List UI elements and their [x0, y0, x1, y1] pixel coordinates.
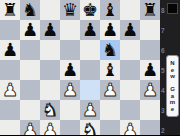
- black-bishop: ♝: [102, 0, 118, 20]
- square-e7[interactable]: ♟: [80, 20, 100, 40]
- square-a4[interactable]: ♟: [0, 80, 20, 100]
- black-pawn: ♟: [62, 60, 78, 80]
- square-d4[interactable]: ♟: [60, 80, 80, 100]
- square-e5[interactable]: [80, 60, 100, 80]
- square-h3[interactable]: [140, 100, 160, 120]
- square-g6[interactable]: [120, 40, 140, 60]
- black-king: ♚: [82, 0, 98, 20]
- square-h7[interactable]: [140, 20, 160, 40]
- square-d6[interactable]: [60, 40, 80, 60]
- square-f5[interactable]: ♝: [100, 60, 120, 80]
- square-f8[interactable]: ♝: [100, 0, 120, 20]
- square-d3[interactable]: [60, 100, 80, 120]
- square-c7[interactable]: ♟: [40, 20, 60, 40]
- square-g7[interactable]: ♟: [120, 20, 140, 40]
- black-rook: ♜: [142, 0, 158, 20]
- black-knight: ♞: [22, 0, 38, 20]
- black-pawn: ♟: [2, 40, 18, 60]
- new-game-button[interactable]: New Game: [166, 55, 179, 117]
- white-pawn: ♟: [82, 100, 98, 120]
- square-e4[interactable]: [80, 80, 100, 100]
- square-f2[interactable]: [100, 120, 120, 135]
- square-c4[interactable]: [40, 80, 60, 100]
- square-g8[interactable]: [120, 0, 140, 20]
- square-b6[interactable]: [20, 40, 40, 60]
- black-pawn: ♟: [82, 20, 98, 40]
- square-h6[interactable]: [140, 40, 160, 60]
- black-bishop: ♝: [102, 60, 118, 80]
- square-b7[interactable]: ♟: [20, 20, 40, 40]
- square-b8[interactable]: ♞: [20, 0, 40, 20]
- square-f6[interactable]: ♞: [100, 40, 120, 60]
- square-g5[interactable]: [120, 60, 140, 80]
- square-a8[interactable]: ♜: [0, 0, 20, 20]
- square-g4[interactable]: [120, 80, 140, 100]
- black-pawn: ♟: [142, 60, 158, 80]
- square-d5[interactable]: ♟: [60, 60, 80, 80]
- sidebar: 8765432 New Game: [160, 0, 180, 135]
- white-pawn: ♟: [42, 120, 58, 136]
- white-pawn: ♟: [122, 120, 138, 136]
- rank-label-8: 8: [161, 0, 166, 20]
- black-pawn: ♟: [22, 20, 38, 40]
- black-pawn: ♟: [122, 20, 138, 40]
- square-h2[interactable]: [140, 120, 160, 135]
- square-a7[interactable]: [0, 20, 20, 40]
- chess-app-window: ♜♞♛♚♝♜♟♟♟♟♟♟♞♟♝♟♟♟♟♟♞♟♟♟♞♟ 8765432 New G…: [0, 0, 180, 135]
- white-pawn: ♟: [102, 80, 118, 100]
- square-c8[interactable]: [40, 0, 60, 20]
- square-f7[interactable]: ♟: [100, 20, 120, 40]
- square-d8[interactable]: ♛: [60, 0, 80, 20]
- rank-label-2: 2: [161, 120, 166, 135]
- square-a3[interactable]: [0, 100, 20, 120]
- white-pawn: ♟: [62, 80, 78, 100]
- black-square-turn-icon: [167, 3, 178, 14]
- white-knight: ♞: [82, 120, 98, 136]
- square-b2[interactable]: ♟: [20, 120, 40, 135]
- square-e3[interactable]: ♟: [80, 100, 100, 120]
- chess-board: ♜♞♛♚♝♜♟♟♟♟♟♟♞♟♝♟♟♟♟♟♞♟♟♟♞♟: [0, 0, 160, 135]
- square-e2[interactable]: ♞: [80, 120, 100, 135]
- black-pawn: ♟: [102, 20, 118, 40]
- square-h8[interactable]: ♜: [140, 0, 160, 20]
- white-pawn: ♟: [2, 80, 18, 100]
- square-f3[interactable]: [100, 100, 120, 120]
- black-queen: ♛: [62, 0, 78, 20]
- square-c3[interactable]: ♞: [40, 100, 60, 120]
- square-b5[interactable]: [20, 60, 40, 80]
- square-b4[interactable]: [20, 80, 40, 100]
- square-a5[interactable]: [0, 60, 20, 80]
- square-d7[interactable]: [60, 20, 80, 40]
- square-c6[interactable]: [40, 40, 60, 60]
- square-e8[interactable]: ♚: [80, 0, 100, 20]
- square-d2[interactable]: [60, 120, 80, 135]
- white-knight: ♞: [42, 100, 58, 120]
- square-e6[interactable]: [80, 40, 100, 60]
- square-c2[interactable]: ♟: [40, 120, 60, 135]
- black-knight: ♞: [102, 40, 118, 60]
- square-a6[interactable]: ♟: [0, 40, 20, 60]
- black-rook: ♜: [2, 0, 18, 20]
- new-game-label: New Game: [170, 60, 176, 112]
- square-f4[interactable]: ♟: [100, 80, 120, 100]
- square-g2[interactable]: ♟: [120, 120, 140, 135]
- white-pawn: ♟: [22, 120, 38, 136]
- square-h4[interactable]: ♟: [140, 80, 160, 100]
- white-pawn: ♟: [142, 80, 158, 100]
- square-b3[interactable]: [20, 100, 40, 120]
- square-g3[interactable]: [120, 100, 140, 120]
- square-h5[interactable]: ♟: [140, 60, 160, 80]
- rank-label-7: 7: [161, 20, 166, 40]
- black-pawn: ♟: [42, 20, 58, 40]
- square-a2[interactable]: [0, 120, 20, 135]
- square-c5[interactable]: [40, 60, 60, 80]
